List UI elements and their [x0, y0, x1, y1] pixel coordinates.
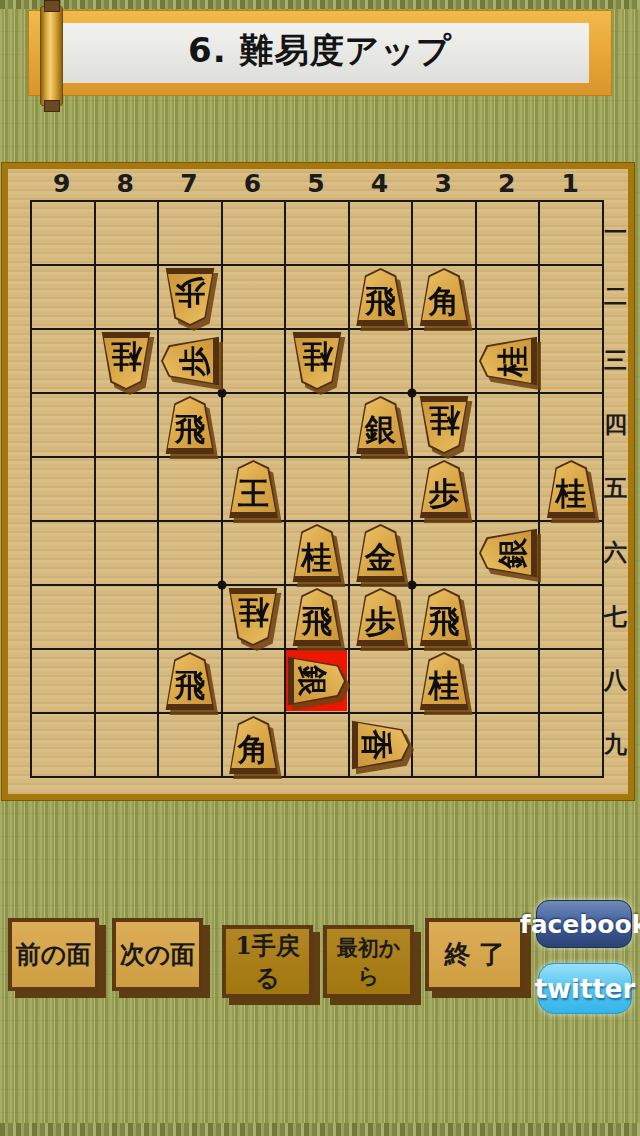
koma-shape: 桂 [479, 334, 537, 388]
koma-kanji: 飛 [290, 600, 344, 642]
twitter-button[interactable]: twitter [538, 963, 632, 1014]
board-square-1四[interactable] [540, 394, 602, 456]
shogi-piece-桂[interactable]: 桂 [417, 396, 471, 454]
board-square-8六[interactable] [96, 522, 158, 584]
shogi-piece-飛[interactable]: 飛 [417, 588, 471, 646]
rank-label-6: 六 [604, 520, 626, 584]
shogi-piece-桂[interactable]: 桂 [544, 460, 598, 518]
board-square-9九[interactable] [32, 714, 94, 776]
quit-button[interactable]: 終了 [425, 918, 524, 991]
shogi-piece-桂[interactable]: 桂 [290, 332, 344, 390]
koma-shape: 金 [354, 524, 408, 582]
scroll-rod-cap-top [44, 0, 60, 12]
shogi-piece-桂[interactable]: 桂 [290, 524, 344, 582]
rank-label-4: 四 [604, 392, 626, 456]
board-square-6二[interactable] [223, 266, 285, 328]
board-square-6三[interactable] [223, 330, 285, 392]
koma-shape: 王 [226, 460, 280, 518]
koma-shape: 桂 [544, 460, 598, 518]
file-label-4: 4 [348, 170, 412, 198]
koma-kanji: 桂 [417, 400, 471, 442]
koma-kanji: 飛 [163, 408, 217, 450]
koma-kanji: 飛 [354, 280, 408, 322]
shogi-piece-歩[interactable]: 歩 [163, 332, 217, 390]
board-square-8一[interactable] [96, 202, 158, 264]
board-square-6八[interactable] [223, 650, 285, 712]
board-square-8二[interactable] [96, 266, 158, 328]
board-square-8五[interactable] [96, 458, 158, 520]
koma-kanji: 王 [226, 472, 280, 514]
rank-label-3: 三 [604, 328, 626, 392]
board-square-9四[interactable] [32, 394, 94, 456]
shogi-piece-銀[interactable]: 銀 [481, 524, 535, 582]
board-square-9一[interactable] [32, 202, 94, 264]
koma-kanji: 桂 [290, 336, 344, 378]
shogi-piece-桂[interactable]: 桂 [226, 588, 280, 646]
board-square-1九[interactable] [540, 714, 602, 776]
koma-kanji: 金 [354, 536, 408, 578]
file-label-6: 6 [221, 170, 285, 198]
board-square-8四[interactable] [96, 394, 158, 456]
board-square-1七[interactable] [540, 586, 602, 648]
koma-shape: 角 [226, 716, 280, 774]
board-square-3六[interactable] [413, 522, 475, 584]
koma-kanji: 角 [226, 728, 280, 770]
board-square-2八[interactable] [477, 650, 539, 712]
koma-kanji: 桂 [99, 336, 153, 378]
shogi-piece-角[interactable]: 角 [417, 268, 471, 326]
koma-shape: 飛 [417, 588, 471, 646]
koma-shape: 歩 [163, 268, 217, 326]
board-square-9六[interactable] [32, 522, 94, 584]
koma-shape: 桂 [290, 524, 344, 582]
board-square-1八[interactable] [540, 650, 602, 712]
shogi-piece-王[interactable]: 王 [226, 460, 280, 518]
shogi-piece-銀[interactable]: 銀 [354, 396, 408, 454]
file-label-5: 5 [284, 170, 348, 198]
shogi-piece-桂[interactable]: 桂 [481, 332, 535, 390]
file-label-1: 1 [538, 170, 602, 198]
shogi-piece-歩[interactable]: 歩 [354, 588, 408, 646]
scroll-rod [40, 6, 63, 106]
koma-shape: 桂 [226, 588, 280, 646]
rank-label-5: 五 [604, 456, 626, 520]
koma-kanji: 桂 [290, 536, 344, 578]
board-square-4一[interactable] [350, 202, 412, 264]
board-square-4五[interactable] [350, 458, 412, 520]
board-square-1一[interactable] [540, 202, 602, 264]
shogi-piece-飛[interactable]: 飛 [163, 652, 217, 710]
file-label-9: 9 [30, 170, 94, 198]
board-square-8八[interactable] [96, 650, 158, 712]
board-square-1六[interactable] [540, 522, 602, 584]
board-square-2五[interactable] [477, 458, 539, 520]
board-square-9二[interactable] [32, 266, 94, 328]
koma-kanji: 歩 [417, 472, 471, 514]
board-square-4八[interactable] [350, 650, 412, 712]
board-square-7九[interactable] [159, 714, 221, 776]
shogi-piece-歩[interactable]: 歩 [417, 460, 471, 518]
board-square-5九[interactable] [286, 714, 348, 776]
board-square-5一[interactable] [286, 202, 348, 264]
rank-label-2: 二 [604, 264, 626, 328]
shogi-piece-飛[interactable]: 飛 [163, 396, 217, 454]
board-square-8九[interactable] [96, 714, 158, 776]
board-square-5二[interactable] [286, 266, 348, 328]
board-square-9五[interactable] [32, 458, 94, 520]
tatami-border-bottom [0, 1123, 640, 1136]
file-label-8: 8 [94, 170, 158, 198]
koma-kanji: 桂 [544, 472, 598, 514]
koma-shape: 歩 [161, 334, 219, 388]
shogi-piece-飛[interactable]: 飛 [354, 268, 408, 326]
facebook-button[interactable]: facebook [536, 900, 632, 948]
board-square-2四[interactable] [477, 394, 539, 456]
prev-stage-button[interactable]: 前の面 [8, 918, 99, 991]
shogi-piece-桂[interactable]: 桂 [417, 652, 471, 710]
board-square-5四[interactable] [286, 394, 348, 456]
koma-shape: 銀 [354, 396, 408, 454]
koma-kanji: 歩 [163, 272, 217, 314]
board-square-8七[interactable] [96, 586, 158, 648]
koma-shape: 歩 [417, 460, 471, 518]
koma-shape: 飛 [290, 588, 344, 646]
board-square-6四[interactable] [223, 394, 285, 456]
board-square-3一[interactable] [413, 202, 475, 264]
file-label-2: 2 [475, 170, 539, 198]
koma-kanji: 銀 [292, 654, 334, 708]
next-stage-button[interactable]: 次の面 [112, 918, 203, 991]
koma-shape: 桂 [99, 332, 153, 390]
board-square-2七[interactable] [477, 586, 539, 648]
board-square-6六[interactable] [223, 522, 285, 584]
koma-shape: 飛 [354, 268, 408, 326]
koma-kanji: 桂 [417, 664, 471, 706]
app-screen: { "game": "shogi-puzzle", "app": { "titl… [0, 0, 640, 1136]
board-square-1二[interactable] [540, 266, 602, 328]
rank-label-8: 八 [604, 648, 626, 712]
koma-shape: 桂 [417, 396, 471, 454]
shogi-piece-香[interactable]: 香 [354, 716, 408, 774]
koma-kanji: 飛 [417, 600, 471, 642]
shogi-piece-桂[interactable]: 桂 [99, 332, 153, 390]
stage-title: 6. 難易度アップ [29, 28, 611, 74]
rank-label-9: 九 [604, 712, 626, 776]
koma-kanji: 角 [417, 280, 471, 322]
shogi-board[interactable]: 987654321一二三四五六七八九歩飛角桂歩桂桂飛銀桂王歩桂桂金銀桂飛歩飛飛銀… [2, 163, 634, 800]
board-square-2九[interactable] [477, 714, 539, 776]
shogi-piece-飛[interactable]: 飛 [290, 588, 344, 646]
koma-shape: 桂 [290, 332, 344, 390]
file-label-3: 3 [411, 170, 475, 198]
board-square-9三[interactable] [32, 330, 94, 392]
undo-move-button[interactable]: 1手戻る [222, 925, 313, 998]
koma-kanji: 香 [356, 718, 398, 772]
board-square-2一[interactable] [477, 202, 539, 264]
koma-shape: 銀 [288, 654, 346, 708]
board-square-7五[interactable] [159, 458, 221, 520]
koma-kanji: 歩 [354, 600, 408, 642]
koma-kanji: 歩 [173, 334, 215, 388]
koma-kanji: 銀 [491, 526, 533, 580]
file-label-7: 7 [157, 170, 221, 198]
rank-label-1: 一 [604, 200, 626, 264]
tatami-border-top [0, 0, 640, 9]
board-square-1三[interactable] [540, 330, 602, 392]
board-square-3三[interactable] [413, 330, 475, 392]
board-square-5五[interactable] [286, 458, 348, 520]
board-square-4三[interactable] [350, 330, 412, 392]
board-square-9七[interactable] [32, 586, 94, 648]
koma-shape: 角 [417, 268, 471, 326]
shogi-piece-金[interactable]: 金 [354, 524, 408, 582]
grid-vline [602, 200, 604, 778]
shogi-piece-歩[interactable]: 歩 [163, 268, 217, 326]
board-square-7一[interactable] [159, 202, 221, 264]
koma-shape: 香 [352, 718, 410, 772]
koma-shape: 飛 [163, 396, 217, 454]
koma-shape: 歩 [354, 588, 408, 646]
restart-button[interactable]: 最初から [323, 925, 414, 998]
board-square-7七[interactable] [159, 586, 221, 648]
shogi-piece-銀[interactable]: 銀 [290, 652, 344, 710]
koma-kanji: 桂 [226, 592, 280, 634]
koma-shape: 飛 [163, 652, 217, 710]
koma-kanji: 飛 [163, 664, 217, 706]
koma-kanji: 銀 [354, 408, 408, 450]
scroll-rod-cap-bottom [44, 100, 60, 112]
grid-hline [30, 776, 604, 778]
koma-kanji: 桂 [491, 334, 533, 388]
board-square-3九[interactable] [413, 714, 475, 776]
board-square-7六[interactable] [159, 522, 221, 584]
shogi-piece-角[interactable]: 角 [226, 716, 280, 774]
board-square-6一[interactable] [223, 202, 285, 264]
board-square-9八[interactable] [32, 650, 94, 712]
koma-shape: 桂 [417, 652, 471, 710]
koma-shape: 銀 [479, 526, 537, 580]
title-scroll-banner: 6. 難易度アップ [28, 10, 612, 96]
rank-label-7: 七 [604, 584, 626, 648]
board-square-2二[interactable] [477, 266, 539, 328]
